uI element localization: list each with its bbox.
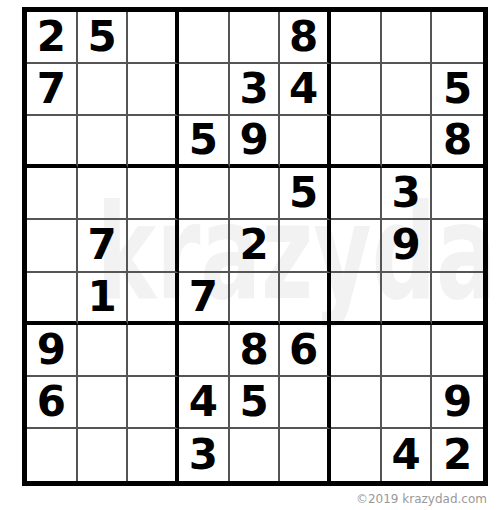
cell-r1c2: 5 [78,12,129,64]
cell-r7c2[interactable] [78,325,129,377]
cell-r2c1: 7 [27,64,78,116]
cell-r1c8[interactable] [382,12,433,64]
cell-r2c4[interactable] [179,64,230,116]
cell-r5c9[interactable] [432,220,483,272]
cell-r8c4: 4 [179,377,230,429]
cell-r8c8[interactable] [382,377,433,429]
cell-r1c3[interactable] [128,12,179,64]
cell-r4c8: 3 [382,168,433,220]
cell-r6c6[interactable] [280,273,331,325]
cell-r9c6[interactable] [280,429,331,481]
cell-r2c9: 5 [432,64,483,116]
cell-r5c2: 7 [78,220,129,272]
cell-r6c2: 1 [78,273,129,325]
cell-r6c3[interactable] [128,273,179,325]
cell-r7c6: 6 [280,325,331,377]
cell-r2c3[interactable] [128,64,179,116]
cell-r6c4: 7 [179,273,230,325]
cell-r4c9[interactable] [432,168,483,220]
cell-r5c6[interactable] [280,220,331,272]
cell-r7c8[interactable] [382,325,433,377]
cell-r3c5: 9 [230,116,281,168]
cell-r1c7[interactable] [331,12,382,64]
cell-r7c3[interactable] [128,325,179,377]
cell-r5c1[interactable] [27,220,78,272]
cell-r4c3[interactable] [128,168,179,220]
cell-r5c5: 2 [230,220,281,272]
cell-r4c2[interactable] [78,168,129,220]
cell-r9c9: 2 [432,429,483,481]
cell-r9c5[interactable] [230,429,281,481]
cell-r7c7[interactable] [331,325,382,377]
cell-r1c4[interactable] [179,12,230,64]
cell-r9c3[interactable] [128,429,179,481]
cell-r9c8: 4 [382,429,433,481]
cell-r6c7[interactable] [331,273,382,325]
cell-r4c7[interactable] [331,168,382,220]
cell-r5c4[interactable] [179,220,230,272]
cell-r8c2[interactable] [78,377,129,429]
cell-r2c2[interactable] [78,64,129,116]
cell-r8c5: 5 [230,377,281,429]
cell-r7c1: 9 [27,325,78,377]
cell-r7c9[interactable] [432,325,483,377]
cell-r6c1[interactable] [27,273,78,325]
cell-r1c6: 8 [280,12,331,64]
cell-r8c7[interactable] [331,377,382,429]
cell-r5c8: 9 [382,220,433,272]
cell-r3c1[interactable] [27,116,78,168]
cell-r9c7[interactable] [331,429,382,481]
cell-r9c4: 3 [179,429,230,481]
cell-r4c4[interactable] [179,168,230,220]
cell-r3c2[interactable] [78,116,129,168]
cell-r9c2[interactable] [78,429,129,481]
cell-r3c6[interactable] [280,116,331,168]
cell-r8c9: 9 [432,377,483,429]
sudoku-grid: 258734559853729179866459342 [22,7,488,486]
cell-r4c6: 5 [280,168,331,220]
cell-r2c7[interactable] [331,64,382,116]
cell-r3c7[interactable] [331,116,382,168]
cell-r4c5[interactable] [230,168,281,220]
cell-r5c3[interactable] [128,220,179,272]
cell-r4c1[interactable] [27,168,78,220]
cell-r8c6[interactable] [280,377,331,429]
cell-r7c4[interactable] [179,325,230,377]
cell-r6c8[interactable] [382,273,433,325]
cell-r5c7[interactable] [331,220,382,272]
copyright-text: ©2019 krazydad.com [356,492,487,506]
cell-r3c4: 5 [179,116,230,168]
cell-r1c1: 2 [27,12,78,64]
cell-r6c5[interactable] [230,273,281,325]
cell-r6c9[interactable] [432,273,483,325]
cell-r1c5[interactable] [230,12,281,64]
cell-r3c9: 8 [432,116,483,168]
cell-r2c8[interactable] [382,64,433,116]
cell-r9c1[interactable] [27,429,78,481]
cell-r2c5: 3 [230,64,281,116]
cell-r3c3[interactable] [128,116,179,168]
cell-r7c5: 8 [230,325,281,377]
cell-r3c8[interactable] [382,116,433,168]
cell-r8c3[interactable] [128,377,179,429]
cell-r8c1: 6 [27,377,78,429]
cell-r1c9[interactable] [432,12,483,64]
cell-r2c6: 4 [280,64,331,116]
